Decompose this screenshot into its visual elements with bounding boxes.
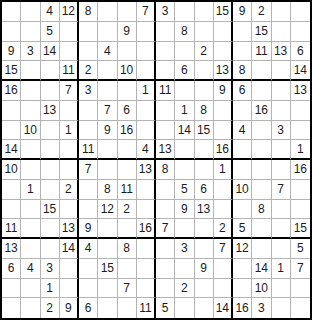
given-cell-r5c16[interactable]: 13	[291, 81, 310, 101]
empty-cell-r10c5[interactable]	[79, 180, 98, 200]
given-cell-r4c13[interactable]: 8	[233, 61, 252, 81]
given-cell-r11c3[interactable]: 15	[41, 200, 60, 220]
empty-cell-r16c11[interactable]	[195, 298, 214, 318]
empty-cell-r15c8[interactable]	[137, 279, 156, 299]
given-cell-r8c16[interactable]: 1	[291, 140, 310, 160]
empty-cell-r4c15[interactable]	[272, 61, 291, 81]
given-cell-r7c15[interactable]: 3	[272, 121, 291, 141]
given-cell-r5c1[interactable]: 16	[2, 81, 21, 101]
empty-cell-r5c14[interactable]	[252, 81, 271, 101]
given-cell-r1c8[interactable]: 7	[137, 2, 156, 22]
empty-cell-r11c2[interactable]	[21, 200, 40, 220]
empty-cell-r16c2[interactable]	[21, 298, 40, 318]
given-cell-r8c1[interactable]: 14	[2, 140, 21, 160]
given-cell-r5c12[interactable]: 9	[214, 81, 233, 101]
given-cell-r15c7[interactable]: 7	[118, 279, 137, 299]
given-cell-r1c3[interactable]: 4	[41, 2, 60, 22]
empty-cell-r16c1[interactable]	[2, 298, 21, 318]
given-cell-r14c14[interactable]: 14	[252, 259, 271, 279]
given-cell-r9c8[interactable]: 13	[137, 160, 156, 180]
empty-cell-r15c15[interactable]	[272, 279, 291, 299]
empty-cell-r6c16[interactable]	[291, 101, 310, 121]
given-cell-r6c7[interactable]: 6	[118, 101, 137, 121]
given-cell-r3c16[interactable]: 6	[291, 42, 310, 62]
empty-cell-r10c12[interactable]	[214, 180, 233, 200]
given-cell-r16c14[interactable]: 3	[252, 298, 271, 318]
given-cell-r10c15[interactable]: 7	[272, 180, 291, 200]
empty-cell-r15c6[interactable]	[98, 279, 117, 299]
given-cell-r9c12[interactable]: 1	[214, 160, 233, 180]
empty-cell-r8c4[interactable]	[60, 140, 79, 160]
given-cell-r10c7[interactable]: 11	[118, 180, 137, 200]
given-cell-r12c13[interactable]: 5	[233, 219, 252, 239]
given-cell-r10c2[interactable]: 1	[21, 180, 40, 200]
given-cell-r13c16[interactable]: 5	[291, 239, 310, 259]
given-cell-r8c12[interactable]: 16	[214, 140, 233, 160]
empty-cell-r7c12[interactable]	[214, 121, 233, 141]
empty-cell-r9c10[interactable]	[175, 160, 194, 180]
empty-cell-r6c13[interactable]	[233, 101, 252, 121]
given-cell-r3c2[interactable]: 3	[21, 42, 40, 62]
given-cell-r7c13[interactable]: 4	[233, 121, 252, 141]
empty-cell-r7c5[interactable]	[79, 121, 98, 141]
given-cell-r5c5[interactable]: 3	[79, 81, 98, 101]
given-cell-r2c10[interactable]: 8	[175, 22, 194, 42]
empty-cell-r10c3[interactable]	[41, 180, 60, 200]
given-cell-r12c9[interactable]: 7	[156, 219, 175, 239]
given-cell-r1c14[interactable]: 2	[252, 2, 271, 22]
empty-cell-r2c9[interactable]	[156, 22, 175, 42]
given-cell-r2c14[interactable]: 15	[252, 22, 271, 42]
empty-cell-r13c9[interactable]	[156, 239, 175, 259]
given-cell-r12c4[interactable]: 13	[60, 219, 79, 239]
given-cell-r7c6[interactable]: 9	[98, 121, 117, 141]
sudoku-board: 4128731592598159314421113615112106138141…	[0, 0, 312, 320]
empty-cell-r8c15[interactable]	[272, 140, 291, 160]
empty-cell-r8c10[interactable]	[175, 140, 194, 160]
given-cell-r10c4[interactable]: 2	[60, 180, 79, 200]
empty-cell-r13c11[interactable]	[195, 239, 214, 259]
given-cell-r10c13[interactable]: 10	[233, 180, 252, 200]
empty-cell-r3c4[interactable]	[60, 42, 79, 62]
empty-cell-r13c14[interactable]	[252, 239, 271, 259]
empty-cell-r7c8[interactable]	[137, 121, 156, 141]
empty-cell-r3c5[interactable]	[79, 42, 98, 62]
given-cell-r6c6[interactable]: 7	[98, 101, 117, 121]
empty-cell-r9c11[interactable]	[195, 160, 214, 180]
empty-cell-r14c5[interactable]	[79, 259, 98, 279]
empty-cell-r2c12[interactable]	[214, 22, 233, 42]
empty-cell-r7c3[interactable]	[41, 121, 60, 141]
empty-cell-r9c3[interactable]	[41, 160, 60, 180]
empty-cell-r8c3[interactable]	[41, 140, 60, 160]
given-cell-r15c14[interactable]: 10	[252, 279, 271, 299]
empty-cell-r4c14[interactable]	[252, 61, 271, 81]
empty-cell-r11c15[interactable]	[272, 200, 291, 220]
given-cell-r1c12[interactable]: 15	[214, 2, 233, 22]
empty-cell-r10c9[interactable]	[156, 180, 175, 200]
empty-cell-r4c3[interactable]	[41, 61, 60, 81]
empty-cell-r13c6[interactable]	[98, 239, 117, 259]
empty-cell-r9c7[interactable]	[118, 160, 137, 180]
given-cell-r7c2[interactable]: 10	[21, 121, 40, 141]
given-cell-r2c3[interactable]: 5	[41, 22, 60, 42]
empty-cell-r15c4[interactable]	[60, 279, 79, 299]
given-cell-r14c11[interactable]: 9	[195, 259, 214, 279]
empty-cell-r3c13[interactable]	[233, 42, 252, 62]
empty-cell-r15c12[interactable]	[214, 279, 233, 299]
empty-cell-r12c3[interactable]	[41, 219, 60, 239]
given-cell-r13c1[interactable]: 13	[2, 239, 21, 259]
given-cell-r7c11[interactable]: 15	[195, 121, 214, 141]
empty-cell-r7c9[interactable]	[156, 121, 175, 141]
given-cell-r6c11[interactable]: 8	[195, 101, 214, 121]
empty-cell-r14c13[interactable]	[233, 259, 252, 279]
empty-cell-r1c2[interactable]	[21, 2, 40, 22]
empty-cell-r2c8[interactable]	[137, 22, 156, 42]
empty-cell-r16c16[interactable]	[291, 298, 310, 318]
given-cell-r3c1[interactable]: 9	[2, 42, 21, 62]
given-cell-r11c6[interactable]: 12	[98, 200, 117, 220]
given-cell-r12c16[interactable]: 15	[291, 219, 310, 239]
empty-cell-r14c4[interactable]	[60, 259, 79, 279]
empty-cell-r1c10[interactable]	[175, 2, 194, 22]
given-cell-r4c1[interactable]: 15	[2, 61, 21, 81]
empty-cell-r13c2[interactable]	[21, 239, 40, 259]
given-cell-r11c10[interactable]: 9	[175, 200, 194, 220]
given-cell-r5c4[interactable]: 7	[60, 81, 79, 101]
empty-cell-r2c15[interactable]	[272, 22, 291, 42]
empty-cell-r5c11[interactable]	[195, 81, 214, 101]
given-cell-r13c4[interactable]: 14	[60, 239, 79, 259]
given-cell-r16c3[interactable]: 2	[41, 298, 60, 318]
empty-cell-r4c9[interactable]	[156, 61, 175, 81]
given-cell-r7c4[interactable]: 1	[60, 121, 79, 141]
given-cell-r16c5[interactable]: 6	[79, 298, 98, 318]
given-cell-r16c13[interactable]: 16	[233, 298, 252, 318]
empty-cell-r15c13[interactable]	[233, 279, 252, 299]
empty-cell-r1c16[interactable]	[291, 2, 310, 22]
empty-cell-r7c16[interactable]	[291, 121, 310, 141]
empty-cell-r8c11[interactable]	[195, 140, 214, 160]
empty-cell-r9c2[interactable]	[21, 160, 40, 180]
given-cell-r13c13[interactable]: 12	[233, 239, 252, 259]
given-cell-r14c3[interactable]: 3	[41, 259, 60, 279]
empty-cell-r4c11[interactable]	[195, 61, 214, 81]
given-cell-r16c12[interactable]: 14	[214, 298, 233, 318]
given-cell-r5c13[interactable]: 6	[233, 81, 252, 101]
empty-cell-r14c9[interactable]	[156, 259, 175, 279]
given-cell-r14c16[interactable]: 7	[291, 259, 310, 279]
empty-cell-r10c1[interactable]	[2, 180, 21, 200]
empty-cell-r10c14[interactable]	[252, 180, 271, 200]
given-cell-r2c7[interactable]: 9	[118, 22, 137, 42]
empty-cell-r5c10[interactable]	[175, 81, 194, 101]
given-cell-r3c6[interactable]: 4	[98, 42, 117, 62]
given-cell-r6c14[interactable]: 16	[252, 101, 271, 121]
given-cell-r11c14[interactable]: 8	[252, 200, 271, 220]
given-cell-r14c1[interactable]: 6	[2, 259, 21, 279]
empty-cell-r15c9[interactable]	[156, 279, 175, 299]
given-cell-r4c4[interactable]: 11	[60, 61, 79, 81]
empty-cell-r3c9[interactable]	[156, 42, 175, 62]
empty-cell-r7c1[interactable]	[2, 121, 21, 141]
empty-cell-r6c12[interactable]	[214, 101, 233, 121]
empty-cell-r2c13[interactable]	[233, 22, 252, 42]
given-cell-r6c10[interactable]: 1	[175, 101, 194, 121]
given-cell-r12c8[interactable]: 16	[137, 219, 156, 239]
empty-cell-r3c7[interactable]	[118, 42, 137, 62]
empty-cell-r6c5[interactable]	[79, 101, 98, 121]
empty-cell-r16c7[interactable]	[118, 298, 137, 318]
empty-cell-r15c1[interactable]	[2, 279, 21, 299]
given-cell-r3c15[interactable]: 13	[272, 42, 291, 62]
empty-cell-r12c14[interactable]	[252, 219, 271, 239]
given-cell-r14c15[interactable]: 1	[272, 259, 291, 279]
empty-cell-r15c11[interactable]	[195, 279, 214, 299]
empty-cell-r2c6[interactable]	[98, 22, 117, 42]
empty-cell-r11c5[interactable]	[79, 200, 98, 220]
given-cell-r5c8[interactable]: 1	[137, 81, 156, 101]
given-cell-r4c16[interactable]: 14	[291, 61, 310, 81]
empty-cell-r6c1[interactable]	[2, 101, 21, 121]
given-cell-r10c6[interactable]: 8	[98, 180, 117, 200]
empty-cell-r12c11[interactable]	[195, 219, 214, 239]
empty-cell-r8c7[interactable]	[118, 140, 137, 160]
empty-cell-r5c3[interactable]	[41, 81, 60, 101]
empty-cell-r9c14[interactable]	[252, 160, 271, 180]
given-cell-r8c9[interactable]: 13	[156, 140, 175, 160]
empty-cell-r8c6[interactable]	[98, 140, 117, 160]
empty-cell-r5c6[interactable]	[98, 81, 117, 101]
empty-cell-r16c15[interactable]	[272, 298, 291, 318]
empty-cell-r8c13[interactable]	[233, 140, 252, 160]
empty-cell-r10c16[interactable]	[291, 180, 310, 200]
given-cell-r12c5[interactable]: 9	[79, 219, 98, 239]
empty-cell-r2c4[interactable]	[60, 22, 79, 42]
empty-cell-r2c1[interactable]	[2, 22, 21, 42]
empty-cell-r1c6[interactable]	[98, 2, 117, 22]
empty-cell-r16c10[interactable]	[175, 298, 194, 318]
empty-cell-r13c15[interactable]	[272, 239, 291, 259]
given-cell-r9c9[interactable]: 8	[156, 160, 175, 180]
given-cell-r4c7[interactable]: 10	[118, 61, 137, 81]
given-cell-r13c12[interactable]: 7	[214, 239, 233, 259]
given-cell-r12c12[interactable]: 2	[214, 219, 233, 239]
empty-cell-r9c13[interactable]	[233, 160, 252, 180]
given-cell-r3c11[interactable]: 2	[195, 42, 214, 62]
empty-cell-r4c6[interactable]	[98, 61, 117, 81]
empty-cell-r12c2[interactable]	[21, 219, 40, 239]
empty-cell-r9c4[interactable]	[60, 160, 79, 180]
empty-cell-r2c2[interactable]	[21, 22, 40, 42]
empty-cell-r5c7[interactable]	[118, 81, 137, 101]
given-cell-r9c16[interactable]: 16	[291, 160, 310, 180]
given-cell-r1c9[interactable]: 3	[156, 2, 175, 22]
empty-cell-r11c12[interactable]	[214, 200, 233, 220]
given-cell-r5c9[interactable]: 11	[156, 81, 175, 101]
empty-cell-r4c8[interactable]	[137, 61, 156, 81]
empty-cell-r3c8[interactable]	[137, 42, 156, 62]
given-cell-r15c10[interactable]: 2	[175, 279, 194, 299]
empty-cell-r14c7[interactable]	[118, 259, 137, 279]
given-cell-r10c10[interactable]: 5	[175, 180, 194, 200]
given-cell-r7c10[interactable]: 14	[175, 121, 194, 141]
empty-cell-r6c9[interactable]	[156, 101, 175, 121]
empty-cell-r13c8[interactable]	[137, 239, 156, 259]
empty-cell-r5c2[interactable]	[21, 81, 40, 101]
given-cell-r8c5[interactable]: 11	[79, 140, 98, 160]
empty-cell-r13c3[interactable]	[41, 239, 60, 259]
given-cell-r15c3[interactable]: 1	[41, 279, 60, 299]
empty-cell-r9c6[interactable]	[98, 160, 117, 180]
empty-cell-r1c7[interactable]	[118, 2, 137, 22]
given-cell-r9c1[interactable]: 10	[2, 160, 21, 180]
given-cell-r14c6[interactable]: 15	[98, 259, 117, 279]
given-cell-r13c7[interactable]: 8	[118, 239, 137, 259]
empty-cell-r11c1[interactable]	[2, 200, 21, 220]
given-cell-r3c14[interactable]: 11	[252, 42, 271, 62]
empty-cell-r10c8[interactable]	[137, 180, 156, 200]
empty-cell-r11c9[interactable]	[156, 200, 175, 220]
empty-cell-r6c8[interactable]	[137, 101, 156, 121]
given-cell-r11c7[interactable]: 2	[118, 200, 137, 220]
given-cell-r16c9[interactable]: 5	[156, 298, 175, 318]
empty-cell-r1c11[interactable]	[195, 2, 214, 22]
empty-cell-r11c4[interactable]	[60, 200, 79, 220]
given-cell-r4c10[interactable]: 6	[175, 61, 194, 81]
given-cell-r10c11[interactable]: 6	[195, 180, 214, 200]
empty-cell-r11c8[interactable]	[137, 200, 156, 220]
given-cell-r16c8[interactable]: 11	[137, 298, 156, 318]
empty-cell-r6c2[interactable]	[21, 101, 40, 121]
empty-cell-r14c8[interactable]	[137, 259, 156, 279]
given-cell-r9c5[interactable]: 7	[79, 160, 98, 180]
given-cell-r14c2[interactable]: 4	[21, 259, 40, 279]
given-cell-r4c12[interactable]: 13	[214, 61, 233, 81]
empty-cell-r15c5[interactable]	[79, 279, 98, 299]
given-cell-r13c10[interactable]: 3	[175, 239, 194, 259]
empty-cell-r14c12[interactable]	[214, 259, 233, 279]
empty-cell-r3c10[interactable]	[175, 42, 194, 62]
given-cell-r16c4[interactable]: 9	[60, 298, 79, 318]
empty-cell-r12c6[interactable]	[98, 219, 117, 239]
given-cell-r8c8[interactable]: 4	[137, 140, 156, 160]
given-cell-r4c5[interactable]: 2	[79, 61, 98, 81]
empty-cell-r4c2[interactable]	[21, 61, 40, 81]
empty-cell-r1c1[interactable]	[2, 2, 21, 22]
given-cell-r3c3[interactable]: 14	[41, 42, 60, 62]
empty-cell-r1c15[interactable]	[272, 2, 291, 22]
empty-cell-r2c16[interactable]	[291, 22, 310, 42]
empty-cell-r16c6[interactable]	[98, 298, 117, 318]
given-cell-r7c7[interactable]: 16	[118, 121, 137, 141]
empty-cell-r5c15[interactable]	[272, 81, 291, 101]
empty-cell-r14c10[interactable]	[175, 259, 194, 279]
empty-cell-r7c14[interactable]	[252, 121, 271, 141]
empty-cell-r3c12[interactable]	[214, 42, 233, 62]
empty-cell-r8c2[interactable]	[21, 140, 40, 160]
given-cell-r1c4[interactable]: 12	[60, 2, 79, 22]
empty-cell-r11c13[interactable]	[233, 200, 252, 220]
given-cell-r11c11[interactable]: 13	[195, 200, 214, 220]
given-cell-r1c13[interactable]: 9	[233, 2, 252, 22]
empty-cell-r12c15[interactable]	[272, 219, 291, 239]
empty-cell-r8c14[interactable]	[252, 140, 271, 160]
empty-cell-r6c15[interactable]	[272, 101, 291, 121]
empty-cell-r15c2[interactable]	[21, 279, 40, 299]
empty-cell-r2c11[interactable]	[195, 22, 214, 42]
empty-cell-r2c5[interactable]	[79, 22, 98, 42]
given-cell-r1c5[interactable]: 8	[79, 2, 98, 22]
given-cell-r13c5[interactable]: 4	[79, 239, 98, 259]
empty-cell-r15c16[interactable]	[291, 279, 310, 299]
given-cell-r6c3[interactable]: 13	[41, 101, 60, 121]
empty-cell-r11c16[interactable]	[291, 200, 310, 220]
empty-cell-r12c10[interactable]	[175, 219, 194, 239]
empty-cell-r6c4[interactable]	[60, 101, 79, 121]
empty-cell-r9c15[interactable]	[272, 160, 291, 180]
empty-cell-r12c7[interactable]	[118, 219, 137, 239]
given-cell-r12c1[interactable]: 11	[2, 219, 21, 239]
